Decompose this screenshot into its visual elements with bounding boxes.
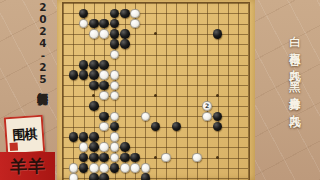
white-player-rank: 九段 [287,61,302,63]
calligraphy-text: 羊羊 [9,154,46,178]
black-stone [79,60,89,70]
white-stone [99,142,109,152]
black-stone [99,112,109,122]
weiqi-stamp: 围棋 [4,115,46,156]
white-stone [99,70,109,80]
white-stone [69,163,79,173]
black-stone [79,163,89,173]
white-stone [99,29,109,39]
grid-line-v [187,3,188,180]
black-stone [69,132,79,142]
black-stone [120,153,130,163]
black-stone [141,173,151,180]
move-number-label: 2 [205,103,209,109]
white-stone [89,29,99,39]
grid-line-v [207,3,208,180]
black-stone [89,60,99,70]
black-stone [120,9,130,19]
black-stone [120,142,130,152]
black-stone [89,70,99,80]
white-stone [130,9,140,19]
go-board: 2 [57,0,255,180]
black-stone [89,19,99,29]
white-player-column: 白 高根台 九段 [287,27,315,63]
grid-line-v [156,3,157,180]
grid-line-v [238,3,239,180]
white-stone [99,163,109,173]
white-player-name: 高根台 [287,43,302,46]
black-stone [89,173,99,180]
red-seal-icon [10,143,19,152]
black-player-name: 金恩持 [287,88,302,91]
black-player-rank: 九段 [287,106,302,108]
black-stone [110,29,120,39]
black-stone [89,81,99,91]
black-player-column: 黑 金恩持 九段 [287,72,315,108]
black-stone [69,70,79,80]
grid-line-v [176,3,177,180]
white-stone [141,163,151,173]
black-stone [130,153,140,163]
grid-line-v [228,3,229,180]
white-color-label: 白 [287,27,302,28]
grid-line-v [145,3,146,180]
black-stone [213,29,223,39]
grid-line-v [248,3,249,180]
black-stone [99,173,109,180]
grid-line-v [63,3,64,180]
black-color-label: 黑 [287,72,302,73]
players-panel: 白 高根台 九段 黑 金恩持 九段 [287,27,315,177]
black-stone [120,29,130,39]
logo-red-banner: 羊羊 [0,152,55,180]
white-stone [89,163,99,173]
black-stone [99,60,109,70]
black-stone [79,132,89,142]
broadcast-frame: 2024-25韩国水协银行杯对抗赛 围棋 羊羊 2 白 高根台 九段 黑 金恩持… [0,0,320,180]
white-stone [130,163,140,173]
channel-logo: 围棋 羊羊 [0,112,55,180]
white-stone [110,132,120,142]
grid-line-v [73,3,74,180]
star-point [216,156,219,159]
black-stone [110,163,120,173]
white-stone [120,163,130,173]
black-stone [99,81,109,91]
white-stone [69,173,79,180]
black-stone [89,132,99,142]
white-stone [192,153,202,163]
black-stone [120,39,130,49]
white-stone [110,70,120,80]
white-stone [161,153,171,163]
black-stone [89,153,99,163]
black-stone [89,142,99,152]
white-stone: 2 [202,101,212,111]
black-stone [89,101,99,111]
white-stone [202,112,212,122]
